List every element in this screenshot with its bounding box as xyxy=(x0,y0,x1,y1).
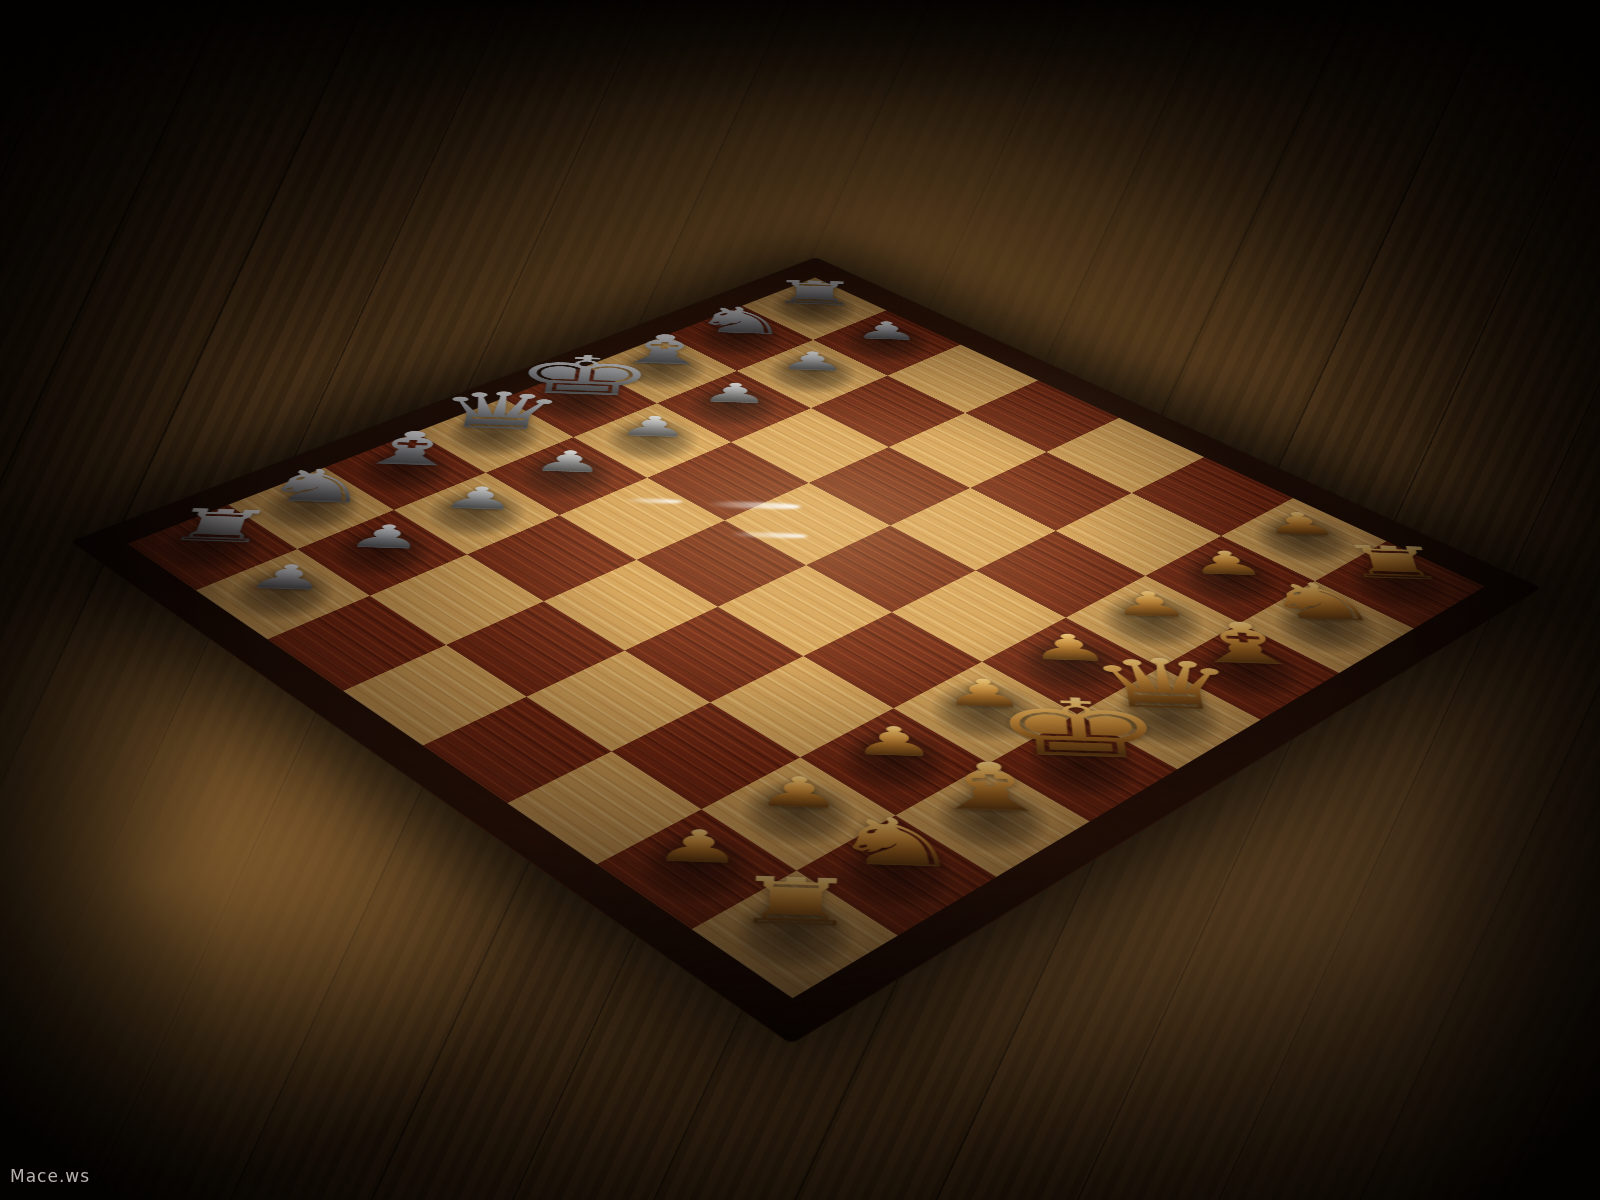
square-e2[interactable] xyxy=(893,662,1076,764)
black-rook-glyph: ♜ xyxy=(157,502,281,549)
black-pawn-glyph: ♟ xyxy=(853,318,922,345)
scene: ♜♞♝♚♛♝♞♜♟♟♟♟♟♟♟♟♟♟♟♟♟♟♟♟♜♞♝♛♚♝♞♜ Mace.ws xyxy=(0,0,1600,1200)
chess-board: ♜♞♝♚♛♝♞♜♟♟♟♟♟♟♟♟♟♟♟♟♟♟♟♟♜♞♝♛♚♝♞♜ xyxy=(71,258,1541,1045)
square-f4[interactable] xyxy=(625,607,804,703)
square-g6[interactable] xyxy=(370,555,544,645)
square-e4[interactable] xyxy=(718,565,892,656)
black-pawn-glyph: ♟ xyxy=(615,412,691,442)
square-g3[interactable] xyxy=(611,703,800,810)
square-h6[interactable] xyxy=(267,596,446,691)
black-pawn-glyph: ♟ xyxy=(529,446,609,477)
square-h4[interactable] xyxy=(423,697,612,803)
square-f1[interactable] xyxy=(895,763,1089,877)
square-g5[interactable] xyxy=(446,601,625,696)
square-g4[interactable] xyxy=(526,651,709,752)
watermark: Mace.ws xyxy=(10,1166,90,1186)
square-f5[interactable] xyxy=(544,560,718,651)
black-pawn-glyph: ♟ xyxy=(342,520,429,554)
perspective-scene: ♜♞♝♚♛♝♞♜♟♟♟♟♟♟♟♟♟♟♟♟♟♟♟♟♜♞♝♛♚♝♞♜ xyxy=(0,0,1600,1200)
black-pawn-glyph: ♟ xyxy=(438,482,521,515)
black-pawn-glyph: ♟ xyxy=(698,379,771,408)
square-g1[interactable] xyxy=(797,815,997,935)
square-f2[interactable] xyxy=(800,708,989,815)
square-h3[interactable] xyxy=(507,751,701,864)
black-pawn-glyph: ♟ xyxy=(777,347,847,375)
square-g2[interactable] xyxy=(701,757,895,870)
square-h5[interactable] xyxy=(343,645,526,746)
square-h2[interactable] xyxy=(597,809,797,929)
square-e1[interactable] xyxy=(989,714,1178,821)
square-f3[interactable] xyxy=(710,656,893,757)
square-h1[interactable] xyxy=(692,871,898,999)
